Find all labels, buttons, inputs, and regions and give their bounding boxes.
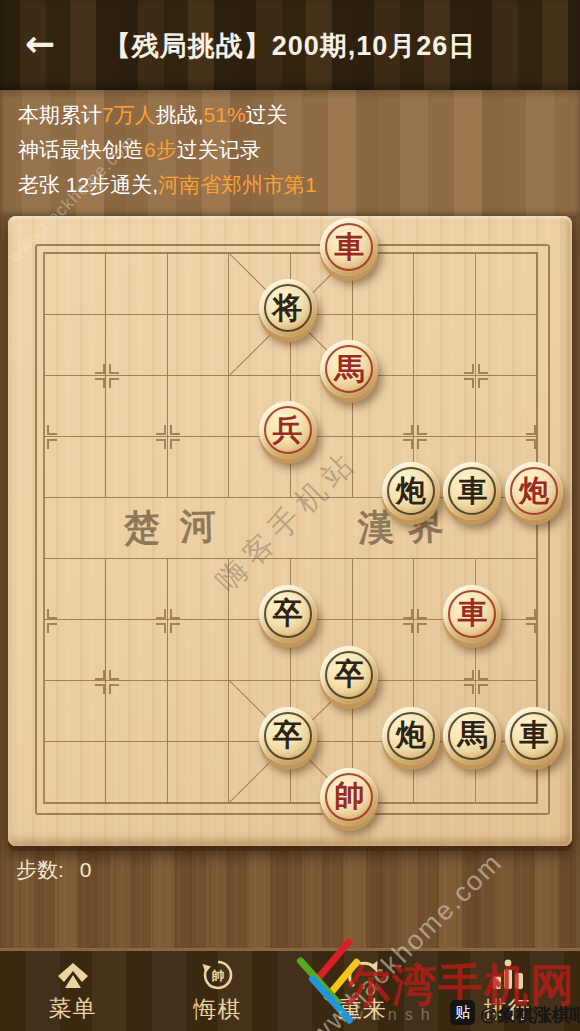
svg-text:帥: 帥 (211, 968, 224, 983)
nav-undo-label: 悔棋 (194, 994, 242, 1025)
nav-bar: 菜单 帥 悔棋 重来 (0, 948, 580, 1031)
piece-glyph: 車 (457, 593, 487, 634)
grid-line (105, 253, 106, 497)
point-marker (526, 425, 536, 435)
piece-glyph: 炮 (396, 715, 426, 756)
grid-line (413, 559, 414, 803)
step-counter: 步数:0 (16, 856, 92, 884)
point-marker (109, 670, 119, 680)
point-marker (403, 425, 413, 435)
point-marker (156, 623, 166, 633)
nav-menu-label: 菜单 (49, 993, 97, 1024)
grid-line (413, 253, 414, 497)
grid-line (167, 559, 168, 803)
point-marker (95, 684, 105, 694)
point-marker (403, 439, 413, 449)
piece-炮-red[interactable]: 炮 (505, 462, 563, 520)
piece-馬-black[interactable]: 馬 (443, 707, 501, 765)
piece-卒-black[interactable]: 卒 (259, 585, 317, 643)
point-marker (464, 684, 474, 694)
ranking-icon (491, 959, 525, 991)
nav-menu-button[interactable]: 菜单 (0, 951, 145, 1031)
piece-車-black[interactable]: 車 (505, 707, 563, 765)
piece-glyph: 帥 (334, 776, 364, 817)
point-marker (95, 364, 105, 374)
piece-glyph: 兵 (273, 410, 303, 451)
point-marker (109, 364, 119, 374)
point-marker (478, 684, 488, 694)
point-marker (109, 378, 119, 388)
point-marker (417, 623, 427, 633)
piece-炮-black[interactable]: 炮 (382, 462, 440, 520)
grid-line (167, 253, 168, 497)
grid-line (475, 253, 476, 497)
point-marker (526, 609, 536, 619)
piece-車-red[interactable]: 車 (443, 585, 501, 643)
point-marker (170, 623, 180, 633)
piece-glyph: 卒 (273, 715, 303, 756)
header: ← 【残局挑战】200期,10月26日 (0, 0, 580, 90)
point-marker (156, 439, 166, 449)
piece-馬-red[interactable]: 馬 (320, 340, 378, 398)
point-marker (403, 609, 413, 619)
point-marker (526, 439, 536, 449)
point-marker (47, 623, 57, 633)
board-panel[interactable]: 楚河 漢界 車将馬兵炮車炮卒車卒卒炮馬車帥 (8, 216, 572, 846)
point-marker (47, 439, 57, 449)
nav-restart-label: 重来 (339, 994, 387, 1025)
piece-glyph: 車 (519, 715, 549, 756)
point-marker (464, 670, 474, 680)
piece-glyph: 炮 (396, 471, 426, 512)
board-grid[interactable]: 楚河 漢界 車将馬兵炮車炮卒車卒卒炮馬車帥 (44, 253, 537, 803)
point-marker (156, 425, 166, 435)
grid-line (43, 252, 45, 804)
restart-icon (346, 959, 380, 991)
point-marker (95, 378, 105, 388)
info-line-3: 老张 12步通关,河南省郑州市第1 (18, 167, 580, 202)
point-marker (478, 378, 488, 388)
point-marker (478, 670, 488, 680)
point-marker (417, 609, 427, 619)
info-line-1: 本期累计7万人挑战,51%过关 (18, 97, 580, 132)
piece-将-black[interactable]: 将 (259, 279, 317, 337)
nav-ranking-label: 排行 (484, 994, 532, 1025)
point-marker (478, 364, 488, 374)
piece-車-red[interactable]: 車 (320, 218, 378, 276)
point-marker (464, 378, 474, 388)
point-marker (170, 439, 180, 449)
undo-icon: 帥 (201, 959, 235, 991)
info-panel: 本期累计7万人挑战,51%过关 神话最快创造6步过关记录 老张 12步通关,河南… (0, 90, 580, 216)
piece-glyph: 馬 (457, 715, 487, 756)
grid-line (105, 559, 106, 803)
piece-卒-black[interactable]: 卒 (320, 646, 378, 704)
point-marker (526, 623, 536, 633)
piece-卒-black[interactable]: 卒 (259, 707, 317, 765)
app-root: ← 【残局挑战】200期,10月26日 本期累计7万人挑战,51%过关 神话最快… (0, 0, 580, 1031)
point-marker (95, 670, 105, 680)
piece-glyph: 車 (334, 227, 364, 268)
piece-帥-red[interactable]: 帥 (320, 768, 378, 826)
point-marker (47, 425, 57, 435)
piece-車-black[interactable]: 車 (443, 462, 501, 520)
piece-glyph: 炮 (519, 471, 549, 512)
point-marker (170, 609, 180, 619)
piece-glyph: 車 (457, 471, 487, 512)
menu-icon (55, 960, 91, 990)
piece-glyph: 卒 (273, 593, 303, 634)
point-marker (156, 609, 166, 619)
point-marker (464, 364, 474, 374)
point-marker (417, 439, 427, 449)
page-title: 【残局挑战】200期,10月26日 (0, 28, 580, 64)
piece-兵-red[interactable]: 兵 (259, 401, 317, 459)
point-marker (47, 609, 57, 619)
piece-glyph: 馬 (334, 349, 364, 390)
point-marker (170, 425, 180, 435)
step-counter-label: 步数: (16, 858, 64, 881)
info-line-2: 神话最快创造6步过关记录 (18, 132, 580, 167)
nav-ranking-button[interactable]: 排行 (435, 951, 580, 1031)
piece-glyph: 卒 (334, 654, 364, 695)
piece-炮-black[interactable]: 炮 (382, 707, 440, 765)
nav-undo-button[interactable]: 帥 悔棋 (145, 951, 290, 1031)
point-marker (417, 425, 427, 435)
river-label-left: 楚河 (123, 502, 236, 554)
point-marker (109, 684, 119, 694)
step-counter-value: 0 (80, 858, 92, 881)
nav-restart-button[interactable]: 重来 (290, 951, 435, 1031)
point-marker (403, 623, 413, 633)
piece-glyph: 将 (273, 288, 303, 329)
